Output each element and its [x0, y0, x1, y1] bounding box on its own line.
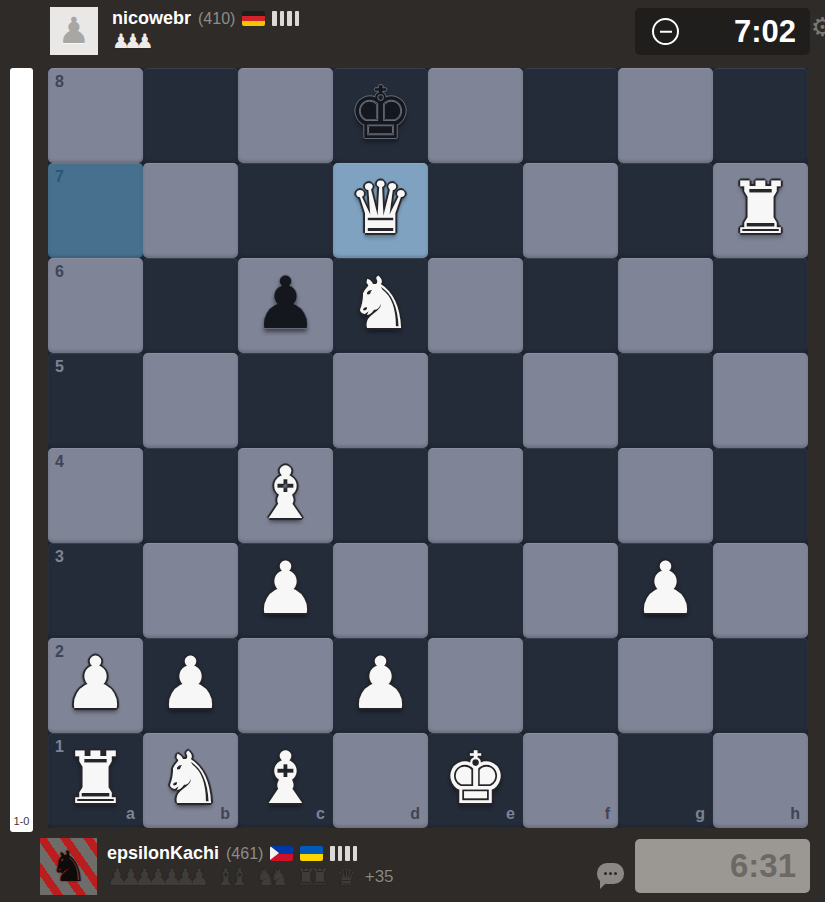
white-pawn-c3[interactable]: ♟ [253, 552, 318, 624]
square-c4[interactable]: ♝ [238, 448, 333, 543]
square-e2[interactable] [428, 638, 523, 733]
square-b2[interactable]: ♟ [143, 638, 238, 733]
white-knight-b1[interactable]: ♞ [158, 742, 223, 814]
square-b4[interactable] [143, 448, 238, 543]
square-a7[interactable]: 7 [48, 163, 143, 258]
bottom-player-clock: 6:31 [635, 839, 810, 893]
file-label-f: f [605, 806, 610, 822]
settings-gear-icon[interactable]: ⚙ [811, 12, 825, 42]
square-h2[interactable] [713, 638, 808, 733]
bottom-captured-pieces: ♟♟♟♟♟♟♟ ♝♝ ♞♞ ♜♜ ♛ +35 [107, 866, 394, 888]
square-e7[interactable] [428, 163, 523, 258]
black-king-d8[interactable]: ♚ [348, 77, 413, 149]
captured-pawns: ♟♟♟♟♟♟♟ [107, 866, 202, 888]
square-b8[interactable] [143, 68, 238, 163]
flag-germany-icon [242, 11, 265, 26]
file-label-h: h [790, 806, 800, 822]
white-pawn-b2[interactable]: ♟ [158, 647, 223, 719]
square-g4[interactable] [618, 448, 713, 543]
rank-label-4: 4 [55, 454, 64, 470]
square-h5[interactable] [713, 353, 808, 448]
white-rook-h7[interactable]: ♜ [728, 172, 793, 244]
square-b6[interactable] [143, 258, 238, 353]
square-a1[interactable]: 1a♜ [48, 733, 143, 828]
flag-philippines-icon [270, 846, 293, 861]
square-d3[interactable] [333, 543, 428, 638]
file-label-d: d [410, 806, 420, 822]
rank-label-5: 5 [55, 359, 64, 375]
square-d2[interactable]: ♟ [333, 638, 428, 733]
square-h7[interactable]: ♜ [713, 163, 808, 258]
square-b1[interactable]: b♞ [143, 733, 238, 828]
bottom-player-rating: (461) [226, 845, 263, 863]
square-h6[interactable] [713, 258, 808, 353]
square-d6[interactable]: ♞ [333, 258, 428, 353]
chat-bubble-icon[interactable] [597, 863, 624, 884]
white-queen-d7[interactable]: ♛ [348, 172, 413, 244]
white-knight-d6[interactable]: ♞ [348, 267, 413, 339]
white-king-e1[interactable]: ♚ [443, 742, 508, 814]
top-player-info: nicowebr (410) ♟♟♟ [112, 8, 299, 51]
square-e5[interactable] [428, 353, 523, 448]
square-c1[interactable]: c♝ [238, 733, 333, 828]
rank-label-6: 6 [55, 264, 64, 280]
chess-board[interactable]: 8♚7♛♜6♟♞54♝3♟♟2♟♟♟1a♜b♞c♝de♚fgh [48, 68, 808, 828]
square-b7[interactable] [143, 163, 238, 258]
square-b5[interactable] [143, 353, 238, 448]
game-result: 1-0 [10, 815, 33, 827]
square-f2[interactable] [523, 638, 618, 733]
square-g3[interactable]: ♟ [618, 543, 713, 638]
top-player-avatar[interactable]: ♟ [50, 7, 98, 55]
square-c3[interactable]: ♟ [238, 543, 333, 638]
pawn-avatar-icon: ♟ [58, 13, 90, 49]
square-f8[interactable] [523, 68, 618, 163]
bottom-player-info: epsilonKachi (461) ♟♟♟♟♟♟♟ ♝♝ ♞♞ ♜♜ ♛ +3… [107, 843, 394, 888]
top-player-name[interactable]: nicowebr [112, 8, 191, 29]
square-d4[interactable] [333, 448, 428, 543]
connection-bars-icon [272, 11, 299, 26]
square-e4[interactable] [428, 448, 523, 543]
square-g1[interactable]: g [618, 733, 713, 828]
square-e1[interactable]: e♚ [428, 733, 523, 828]
square-f3[interactable] [523, 543, 618, 638]
square-f6[interactable] [523, 258, 618, 353]
top-player-rating: (410) [198, 10, 235, 28]
square-a6[interactable]: 6 [48, 258, 143, 353]
white-bishop-c4[interactable]: ♝ [253, 457, 318, 529]
square-a3[interactable]: 3 [48, 543, 143, 638]
captured-rooks: ♜♜ [296, 866, 323, 888]
rank-label-3: 3 [55, 549, 64, 565]
square-f5[interactable] [523, 353, 618, 448]
square-e8[interactable] [428, 68, 523, 163]
square-g8[interactable] [618, 68, 713, 163]
captured-knights: ♞♞ [256, 866, 283, 888]
top-captured-pieces: ♟♟♟ [112, 31, 148, 51]
white-pawn-d2[interactable]: ♟ [348, 647, 413, 719]
white-rook-a1[interactable]: ♜ [63, 742, 128, 814]
captured-queens: ♛ [336, 866, 350, 888]
black-pawn-c6[interactable]: ♟ [253, 267, 318, 339]
file-label-g: g [695, 806, 705, 822]
square-f4[interactable] [523, 448, 618, 543]
square-g5[interactable] [618, 353, 713, 448]
square-d8[interactable]: ♚ [333, 68, 428, 163]
top-player-clock: 7:02 [635, 8, 810, 55]
white-pawn-a2[interactable]: ♟ [63, 647, 128, 719]
bottom-player-avatar[interactable]: ♞ [40, 838, 97, 895]
square-a8[interactable]: 8 [48, 68, 143, 163]
square-h8[interactable] [713, 68, 808, 163]
square-g7[interactable] [618, 163, 713, 258]
square-h4[interactable] [713, 448, 808, 543]
material-advantage: +35 [365, 866, 394, 888]
square-e3[interactable] [428, 543, 523, 638]
square-c2[interactable] [238, 638, 333, 733]
square-c6[interactable]: ♟ [238, 258, 333, 353]
square-g6[interactable] [618, 258, 713, 353]
evaluation-bar: 1-0 [10, 68, 33, 832]
square-e6[interactable] [428, 258, 523, 353]
square-d7[interactable]: ♛ [333, 163, 428, 258]
knight-avatar-icon: ♞ [50, 846, 88, 888]
connection-bars-icon [330, 846, 357, 861]
square-c8[interactable] [238, 68, 333, 163]
square-a2[interactable]: 2♟ [48, 638, 143, 733]
square-h1[interactable]: h [713, 733, 808, 828]
square-a5[interactable]: 5 [48, 353, 143, 448]
square-c7[interactable] [238, 163, 333, 258]
square-h3[interactable] [713, 543, 808, 638]
square-g2[interactable] [618, 638, 713, 733]
square-d1[interactable]: d [333, 733, 428, 828]
timer-minus-icon [652, 18, 679, 45]
bottom-player-name[interactable]: epsilonKachi [107, 843, 219, 864]
square-f7[interactable] [523, 163, 618, 258]
flag-ukraine-icon [300, 846, 323, 861]
bottom-clock-time: 6:31 [635, 847, 810, 885]
square-f1[interactable]: f [523, 733, 618, 828]
rank-label-7: 7 [55, 169, 64, 185]
square-a4[interactable]: 4 [48, 448, 143, 543]
white-bishop-c1[interactable]: ♝ [253, 742, 318, 814]
top-clock-time: 7:02 [679, 14, 810, 50]
square-d5[interactable] [333, 353, 428, 448]
square-c5[interactable] [238, 353, 333, 448]
rank-label-8: 8 [55, 74, 64, 90]
white-pawn-g3[interactable]: ♟ [633, 552, 698, 624]
captured-bishops: ♝♝ [215, 866, 242, 888]
square-b3[interactable] [143, 543, 238, 638]
